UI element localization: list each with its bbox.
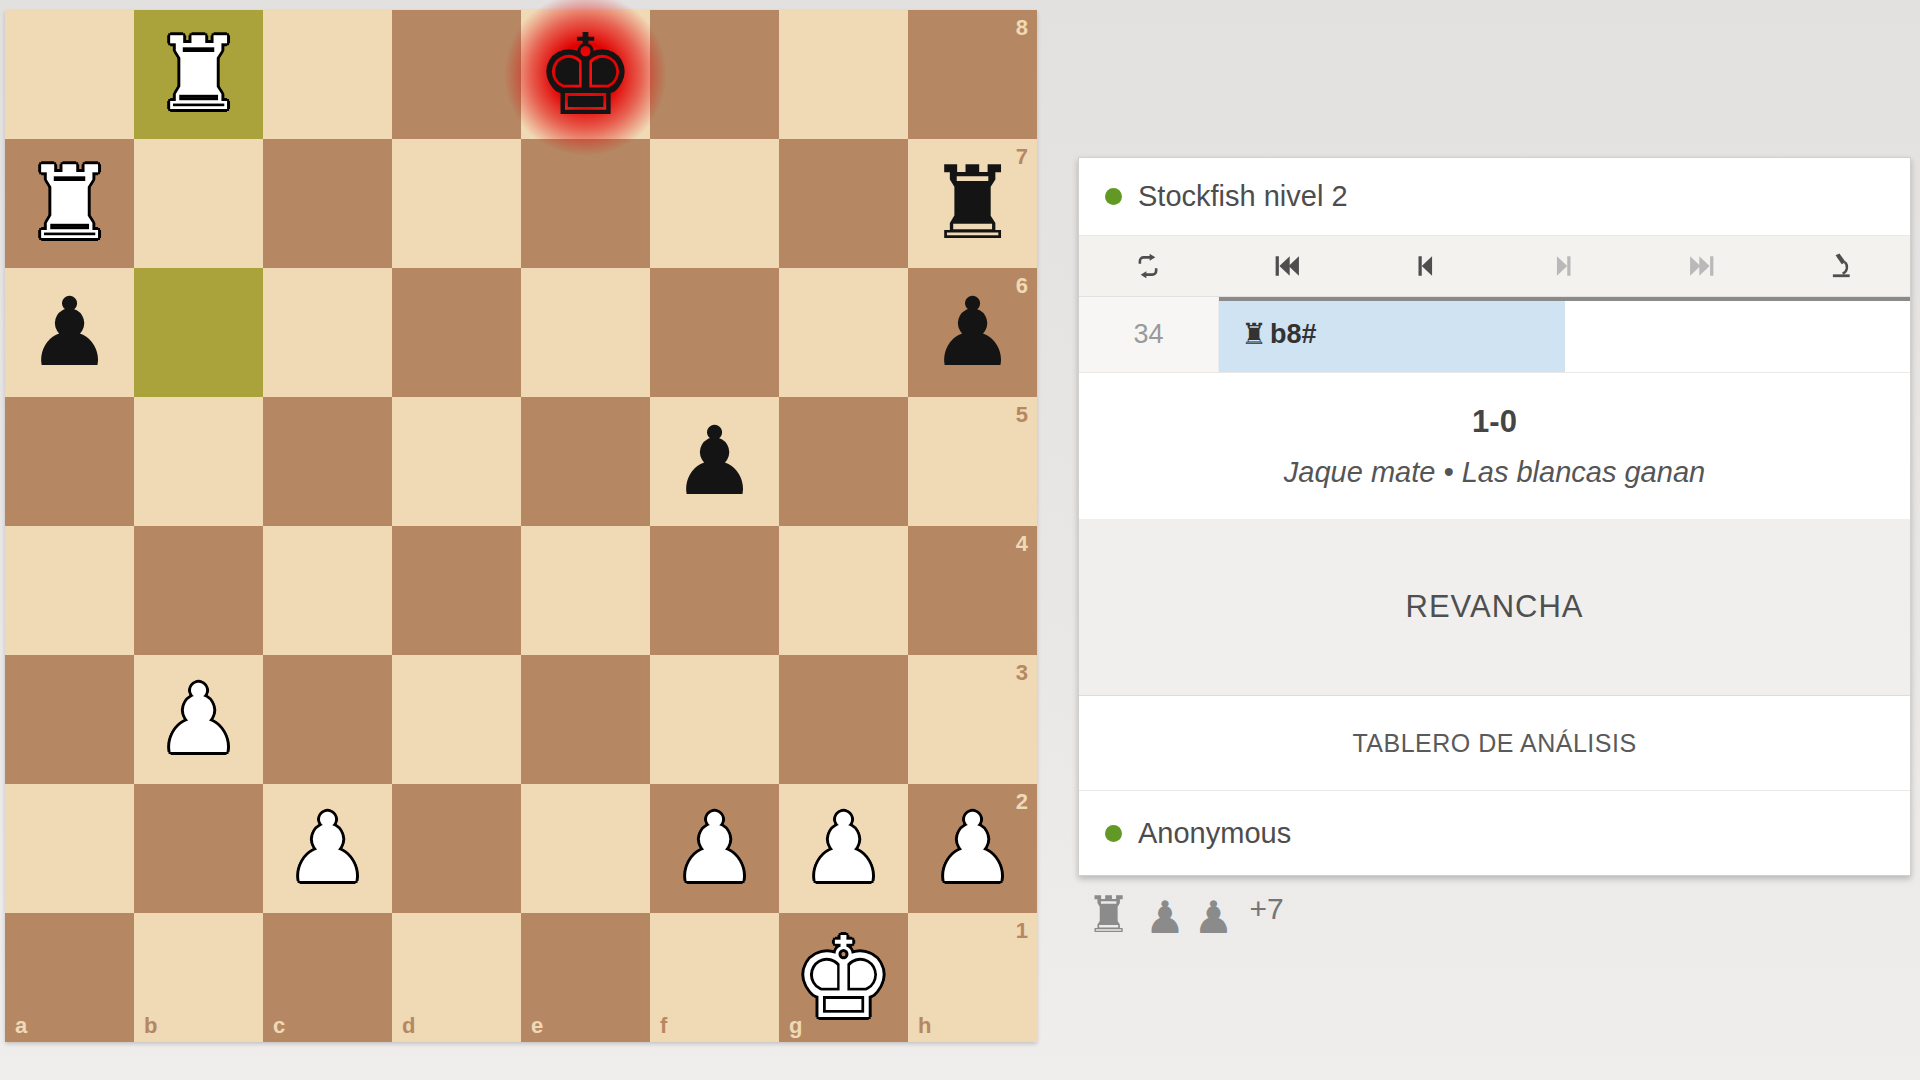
square-f5[interactable]: ♟ <box>650 397 779 526</box>
move-san: b8# <box>1270 319 1317 350</box>
square-b2[interactable] <box>134 784 263 913</box>
square-f7[interactable] <box>650 139 779 268</box>
square-e5[interactable] <box>521 397 650 526</box>
opponent-name: Stockfish nivel 2 <box>1138 180 1348 213</box>
square-b6[interactable] <box>134 268 263 397</box>
square-g2[interactable]: ♟ <box>779 784 908 913</box>
square-c6[interactable] <box>263 268 392 397</box>
square-e6[interactable] <box>521 268 650 397</box>
piece-black-pawn[interactable]: ♟ <box>5 268 134 397</box>
square-h2[interactable]: ♟2 <box>908 784 1037 913</box>
rank-label: 8 <box>1016 15 1028 41</box>
square-e4[interactable] <box>521 526 650 655</box>
current-move[interactable]: ♜ b8# <box>1219 297 1565 372</box>
square-e2[interactable] <box>521 784 650 913</box>
square-b8[interactable]: ♜ <box>134 10 263 139</box>
file-label: h <box>918 1013 931 1039</box>
file-label: a <box>15 1013 27 1039</box>
square-b3[interactable]: ♟ <box>134 655 263 784</box>
square-g6[interactable] <box>779 268 908 397</box>
square-h3[interactable]: 3 <box>908 655 1037 784</box>
square-c8[interactable] <box>263 10 392 139</box>
piece-white-rook[interactable]: ♜ <box>134 10 263 139</box>
square-e1[interactable]: e <box>521 913 650 1042</box>
file-label: b <box>144 1013 157 1039</box>
captured-pawn-icon: ♟ <box>1193 895 1233 940</box>
square-h7[interactable]: ♜7 <box>908 139 1037 268</box>
square-g7[interactable] <box>779 139 908 268</box>
rook-figurine-icon: ♜ <box>1241 320 1267 349</box>
square-a4[interactable] <box>5 526 134 655</box>
square-h5[interactable]: 5 <box>908 397 1037 526</box>
result-status: Jaque mate • Las blancas ganan <box>1284 456 1705 489</box>
square-b4[interactable] <box>134 526 263 655</box>
result-section: 1-0 Jaque mate • Las blancas ganan <box>1079 373 1910 519</box>
piece-black-pawn[interactable]: ♟ <box>908 268 1037 397</box>
square-c3[interactable] <box>263 655 392 784</box>
square-f3[interactable] <box>650 655 779 784</box>
file-label: f <box>660 1013 667 1039</box>
previous-move-icon[interactable] <box>1356 236 1495 296</box>
square-f1[interactable]: f <box>650 913 779 1042</box>
square-a3[interactable] <box>5 655 134 784</box>
square-d8[interactable] <box>392 10 521 139</box>
piece-white-king[interactable]: ♚ <box>779 913 908 1042</box>
move-toolbar <box>1079 236 1910 297</box>
square-a6[interactable]: ♟ <box>5 268 134 397</box>
move-list: 34 ♜ b8# <box>1079 297 1910 373</box>
square-g8[interactable] <box>779 10 908 139</box>
square-a2[interactable] <box>5 784 134 913</box>
move-list-divider <box>1219 297 1910 301</box>
move-number: 34 <box>1079 297 1219 372</box>
analysis-board-button[interactable]: TABLERO DE ANÁLISIS <box>1079 696 1910 791</box>
square-b7[interactable] <box>134 139 263 268</box>
piece-white-pawn[interactable]: ♟ <box>650 784 779 913</box>
square-b5[interactable] <box>134 397 263 526</box>
square-g5[interactable] <box>779 397 908 526</box>
square-d7[interactable] <box>392 139 521 268</box>
material-advantage: +7 <box>1250 892 1284 926</box>
square-a1[interactable]: a <box>5 913 134 1042</box>
player-name: Anonymous <box>1138 817 1291 850</box>
square-f2[interactable]: ♟ <box>650 784 779 913</box>
square-d1[interactable]: d <box>392 913 521 1042</box>
square-f6[interactable] <box>650 268 779 397</box>
square-a8[interactable] <box>5 10 134 139</box>
square-d2[interactable] <box>392 784 521 913</box>
square-d4[interactable] <box>392 526 521 655</box>
square-h4[interactable]: 4 <box>908 526 1037 655</box>
square-b1[interactable]: b <box>134 913 263 1042</box>
square-d5[interactable] <box>392 397 521 526</box>
rank-label: 1 <box>1016 918 1028 944</box>
square-f8[interactable] <box>650 10 779 139</box>
piece-white-pawn[interactable]: ♟ <box>263 784 392 913</box>
square-h1[interactable]: 1h <box>908 913 1037 1042</box>
chess-board[interactable]: ♜♚8♜♜7♟♟6♟54♟3♟♟♟♟2abcdef♚g1h <box>5 10 1037 1042</box>
square-c2[interactable]: ♟ <box>263 784 392 913</box>
square-h8[interactable]: 8 <box>908 10 1037 139</box>
square-f4[interactable] <box>650 526 779 655</box>
captured-rook-icon: ♜ <box>1086 890 1131 940</box>
piece-black-rook[interactable]: ♜ <box>908 139 1037 268</box>
square-c1[interactable]: c <box>263 913 392 1042</box>
player-row: Anonymous <box>1079 791 1910 876</box>
square-c4[interactable] <box>263 526 392 655</box>
piece-black-pawn[interactable]: ♟ <box>650 397 779 526</box>
piece-white-pawn[interactable]: ♟ <box>134 655 263 784</box>
rank-label: 3 <box>1016 660 1028 686</box>
last-move-icon[interactable] <box>1633 236 1772 296</box>
square-d3[interactable] <box>392 655 521 784</box>
captured-pawn-icon: ♟ <box>1145 895 1185 940</box>
rank-label: 4 <box>1016 531 1028 557</box>
analysis-microscope-icon[interactable] <box>1772 236 1911 296</box>
square-e7[interactable] <box>521 139 650 268</box>
opponent-row: Stockfish nivel 2 <box>1079 158 1910 236</box>
square-a7[interactable]: ♜ <box>5 139 134 268</box>
square-g3[interactable] <box>779 655 908 784</box>
file-label: e <box>531 1013 543 1039</box>
piece-white-pawn[interactable]: ♟ <box>908 784 1037 913</box>
square-h6[interactable]: ♟6 <box>908 268 1037 397</box>
square-d6[interactable] <box>392 268 521 397</box>
rank-label: 5 <box>1016 402 1028 428</box>
square-a5[interactable] <box>5 397 134 526</box>
file-label: d <box>402 1013 415 1039</box>
first-move-icon[interactable] <box>1218 236 1357 296</box>
online-status-dot <box>1105 188 1122 205</box>
flip-board-icon[interactable] <box>1079 236 1218 296</box>
square-g1[interactable]: ♚g <box>779 913 908 1042</box>
square-c5[interactable] <box>263 397 392 526</box>
piece-black-king[interactable]: ♚ <box>521 10 650 139</box>
piece-white-pawn[interactable]: ♟ <box>779 784 908 913</box>
next-move-icon[interactable] <box>1495 236 1634 296</box>
online-status-dot <box>1105 825 1122 842</box>
square-c7[interactable] <box>263 139 392 268</box>
game-panel: Stockfish nivel 2 <box>1078 157 1911 876</box>
result-score: 1-0 <box>1472 404 1517 440</box>
captured-pieces-tray: ♜♟♟+7 <box>1086 890 1284 940</box>
square-g4[interactable] <box>779 526 908 655</box>
square-e8[interactable]: ♚ <box>521 10 650 139</box>
square-e3[interactable] <box>521 655 650 784</box>
piece-white-rook[interactable]: ♜ <box>5 139 134 268</box>
rematch-button[interactable]: REVANCHA <box>1079 519 1910 696</box>
file-label: c <box>273 1013 285 1039</box>
